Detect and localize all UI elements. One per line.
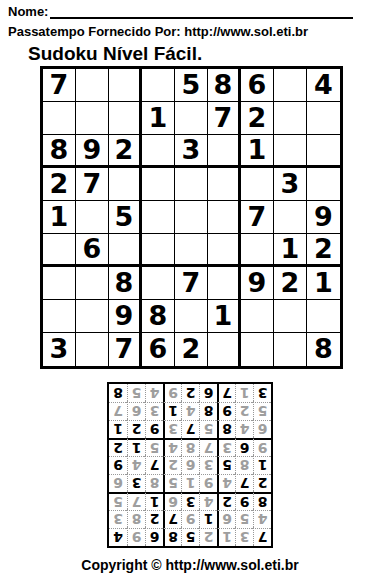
- solution-cell-r7c7: 9: [145, 420, 163, 438]
- puzzle-cell-r6c5: [175, 234, 208, 267]
- solution-cell-r9c1: 3: [253, 384, 271, 402]
- puzzle-cell-r9c8: [274, 333, 307, 366]
- provider-line: Passatempo Fornecido Por: http://www.sol…: [8, 24, 372, 39]
- solution-cell-r1c2: 3: [235, 528, 253, 546]
- solution-cell-r9c9: 8: [109, 384, 127, 402]
- puzzle-cell-r1c6: 8: [208, 69, 241, 102]
- puzzle-cell-r3c5: 3: [175, 135, 208, 168]
- solution-cell-r6c7: 5: [145, 438, 163, 456]
- solution-cell-r9c4: 6: [199, 384, 217, 402]
- solution-cell-r9c2: 1: [235, 384, 253, 402]
- solution-cell-r2c5: 9: [181, 510, 199, 528]
- solution-cell-r2c2: 5: [235, 510, 253, 528]
- puzzle-cell-r5c3: 5: [109, 201, 142, 234]
- solution-cell-r6c4: 7: [199, 438, 217, 456]
- solution-cell-r7c3: 8: [217, 420, 235, 438]
- puzzle-cell-r7c2: [76, 267, 109, 300]
- puzzle-cell-r8c6: 1: [208, 300, 241, 333]
- puzzle-cell-r6c8: 1: [274, 234, 307, 267]
- puzzle-cell-r2c5: [175, 102, 208, 135]
- puzzle-cell-r8c9: [307, 300, 340, 333]
- solution-cell-r1c4: 2: [199, 528, 217, 546]
- puzzle-cell-r1c5: 5: [175, 69, 208, 102]
- puzzle-cell-r9c2: [76, 333, 109, 366]
- puzzle-cell-r7c8: 2: [274, 267, 307, 300]
- solution-cell-r4c7: 8: [145, 474, 163, 492]
- solution-cell-r4c9: 6: [109, 474, 127, 492]
- solution-cell-r4c3: 4: [217, 474, 235, 492]
- sudoku-solution-grid-rotated: 7312586944561972838924361752749158361853…: [107, 382, 273, 548]
- puzzle-cell-r6c7: [241, 234, 274, 267]
- solution-cell-r5c5: 6: [181, 456, 199, 474]
- solution-cell-r1c9: 4: [109, 528, 127, 546]
- puzzle-cell-r4c6: [208, 168, 241, 201]
- solution-cell-r7c8: 2: [127, 420, 145, 438]
- solution-cell-r7c4: 5: [199, 420, 217, 438]
- solution-cell-r1c6: 8: [163, 528, 181, 546]
- solution-cell-r4c6: 5: [163, 474, 181, 492]
- page-title: Sudoku Nível Fácil.: [28, 43, 372, 64]
- puzzle-cell-r2c1: [43, 102, 76, 135]
- puzzle-cell-r5c1: 1: [43, 201, 76, 234]
- solution-cell-r3c4: 4: [199, 492, 217, 510]
- puzzle-cell-r6c1: [43, 234, 76, 267]
- puzzle-cell-r4c8: 3: [274, 168, 307, 201]
- solution-cell-r8c9: 7: [109, 402, 127, 420]
- puzzle-cell-r4c4: [142, 168, 175, 201]
- solution-cell-r6c3: 3: [217, 438, 235, 456]
- puzzle-cell-r5c6: [208, 201, 241, 234]
- solution-cell-r9c5: 2: [181, 384, 199, 402]
- solution-cell-r8c7: 3: [145, 402, 163, 420]
- solution-cell-r8c1: 5: [253, 402, 271, 420]
- solution-cell-r8c4: 8: [199, 402, 217, 420]
- puzzle-cell-r5c4: [142, 201, 175, 234]
- solution-cell-r5c9: 9: [109, 456, 127, 474]
- solution-cell-r2c6: 7: [163, 510, 181, 528]
- solution-cell-r6c1: 9: [253, 438, 271, 456]
- puzzle-cell-r9c4: 6: [142, 333, 175, 366]
- puzzle-cell-r1c4: [142, 69, 175, 102]
- solution-cell-r4c5: 1: [181, 474, 199, 492]
- solution-cell-r3c2: 9: [235, 492, 253, 510]
- solution-cell-r9c6: 9: [163, 384, 181, 402]
- solution-cell-r5c2: 8: [235, 456, 253, 474]
- solution-cell-r7c9: 1: [109, 420, 127, 438]
- puzzle-cell-r3c1: 8: [43, 135, 76, 168]
- solution-cell-r1c8: 9: [127, 528, 145, 546]
- solution-cell-r3c9: 5: [109, 492, 127, 510]
- solution-cell-r6c2: 6: [235, 438, 253, 456]
- solution-cell-r3c1: 8: [253, 492, 271, 510]
- solution-cell-r1c3: 1: [217, 528, 235, 546]
- solution-cell-r2c9: 3: [109, 510, 127, 528]
- solution-cell-r7c1: 6: [253, 420, 271, 438]
- solution-cell-r5c1: 1: [253, 456, 271, 474]
- solution-cell-r7c2: 4: [235, 420, 253, 438]
- puzzle-cell-r5c5: [175, 201, 208, 234]
- puzzle-cell-r7c6: [208, 267, 241, 300]
- solution-cell-r7c5: 7: [181, 420, 199, 438]
- puzzle-cell-r2c2: [76, 102, 109, 135]
- puzzle-cell-r6c9: 2: [307, 234, 340, 267]
- solution-cell-r6c6: 4: [163, 438, 181, 456]
- solution-cell-r2c4: 1: [199, 510, 217, 528]
- puzzle-cell-r4c3: [109, 168, 142, 201]
- sudoku-puzzle-grid: 758641728923127315796128792198137628: [40, 66, 343, 369]
- puzzle-cell-r6c3: [109, 234, 142, 267]
- solution-cell-r3c8: 7: [127, 492, 145, 510]
- worksheet-page: Nome: Passatempo Fornecido Por: http://w…: [0, 0, 380, 573]
- puzzle-cell-r1c3: [109, 69, 142, 102]
- name-underline: [50, 15, 353, 19]
- puzzle-cell-r4c1: 2: [43, 168, 76, 201]
- solution-cell-r2c3: 6: [217, 510, 235, 528]
- puzzle-cell-r2c6: 7: [208, 102, 241, 135]
- puzzle-cell-r1c1: 7: [43, 69, 76, 102]
- solution-cell-r1c7: 6: [145, 528, 163, 546]
- solution-cell-r1c5: 5: [181, 528, 199, 546]
- name-row: Nome:: [8, 4, 353, 19]
- puzzle-cell-r3c2: 9: [76, 135, 109, 168]
- puzzle-cell-r1c8: [274, 69, 307, 102]
- solution-cell-r9c7: 4: [145, 384, 163, 402]
- puzzle-cell-r3c9: [307, 135, 340, 168]
- puzzle-cell-r3c8: [274, 135, 307, 168]
- puzzle-cell-r2c9: [307, 102, 340, 135]
- puzzle-cell-r8c4: 8: [142, 300, 175, 333]
- puzzle-cell-r2c3: [109, 102, 142, 135]
- puzzle-cell-r7c1: [43, 267, 76, 300]
- solution-cell-r9c3: 7: [217, 384, 235, 402]
- solution-cell-r1c1: 7: [253, 528, 271, 546]
- solution-cell-r3c5: 3: [181, 492, 199, 510]
- puzzle-cell-r8c8: [274, 300, 307, 333]
- solution-cell-r3c7: 1: [145, 492, 163, 510]
- solution-cell-r4c1: 2: [253, 474, 271, 492]
- puzzle-cell-r6c6: [208, 234, 241, 267]
- puzzle-cell-r5c9: 9: [307, 201, 340, 234]
- puzzle-cell-r7c3: 8: [109, 267, 142, 300]
- solution-cell-r5c6: 2: [163, 456, 181, 474]
- puzzle-cell-r5c7: 7: [241, 201, 274, 234]
- puzzle-cell-r9c6: [208, 333, 241, 366]
- copyright-line: Copyright © http://www.sol.eti.br: [8, 557, 372, 573]
- puzzle-cell-r5c8: [274, 201, 307, 234]
- puzzle-cell-r2c4: 1: [142, 102, 175, 135]
- puzzle-cell-r9c1: 3: [43, 333, 76, 366]
- puzzle-cell-r5c2: [76, 201, 109, 234]
- puzzle-cell-r3c3: 2: [109, 135, 142, 168]
- solution-cell-r4c8: 3: [127, 474, 145, 492]
- name-label: Nome:: [8, 4, 48, 19]
- puzzle-cell-r4c7: [241, 168, 274, 201]
- puzzle-cell-r3c6: [208, 135, 241, 168]
- puzzle-cell-r8c5: [175, 300, 208, 333]
- solution-cell-r2c1: 4: [253, 510, 271, 528]
- puzzle-cell-r9c9: 8: [307, 333, 340, 366]
- solution-cell-r8c5: 4: [181, 402, 199, 420]
- puzzle-cell-r9c3: 7: [109, 333, 142, 366]
- puzzle-cell-r2c7: 2: [241, 102, 274, 135]
- solution-cell-r8c3: 9: [217, 402, 235, 420]
- solution-cell-r4c2: 7: [235, 474, 253, 492]
- puzzle-cell-r4c5: [175, 168, 208, 201]
- puzzle-cell-r7c4: [142, 267, 175, 300]
- solution-cell-r2c8: 8: [127, 510, 145, 528]
- puzzle-cell-r7c7: 9: [241, 267, 274, 300]
- solution-cell-r2c7: 2: [145, 510, 163, 528]
- solution-cell-r6c8: 1: [127, 438, 145, 456]
- puzzle-cell-r4c2: 7: [76, 168, 109, 201]
- solution-cell-r7c6: 3: [163, 420, 181, 438]
- solution-cell-r6c9: 2: [109, 438, 127, 456]
- puzzle-cell-r2c8: [274, 102, 307, 135]
- puzzle-cell-r1c2: [76, 69, 109, 102]
- solution-cell-r8c8: 6: [127, 402, 145, 420]
- solution-cell-r8c2: 2: [235, 402, 253, 420]
- puzzle-cell-r3c7: 1: [241, 135, 274, 168]
- puzzle-cell-r6c4: [142, 234, 175, 267]
- solution-cell-r8c6: 1: [163, 402, 181, 420]
- puzzle-cell-r8c7: [241, 300, 274, 333]
- puzzle-cell-r8c3: 9: [109, 300, 142, 333]
- solution-cell-r5c7: 7: [145, 456, 163, 474]
- solution-cell-r4c4: 9: [199, 474, 217, 492]
- puzzle-cell-r1c9: 4: [307, 69, 340, 102]
- solution-cell-r3c6: 6: [163, 492, 181, 510]
- puzzle-cell-r9c7: [241, 333, 274, 366]
- puzzle-cell-r3c4: [142, 135, 175, 168]
- puzzle-cell-r4c9: [307, 168, 340, 201]
- puzzle-cell-r6c2: 6: [76, 234, 109, 267]
- puzzle-cell-r7c5: 7: [175, 267, 208, 300]
- puzzle-cell-r8c1: [43, 300, 76, 333]
- solution-cell-r5c8: 4: [127, 456, 145, 474]
- solution-cell-r5c4: 3: [199, 456, 217, 474]
- solution-cell-r6c5: 8: [181, 438, 199, 456]
- solution-cell-r5c3: 5: [217, 456, 235, 474]
- solution-cell-r9c8: 5: [127, 384, 145, 402]
- puzzle-cell-r7c9: 1: [307, 267, 340, 300]
- puzzle-cell-r1c7: 6: [241, 69, 274, 102]
- solution-cell-r3c3: 2: [217, 492, 235, 510]
- puzzle-cell-r9c5: 2: [175, 333, 208, 366]
- puzzle-cell-r8c2: [76, 300, 109, 333]
